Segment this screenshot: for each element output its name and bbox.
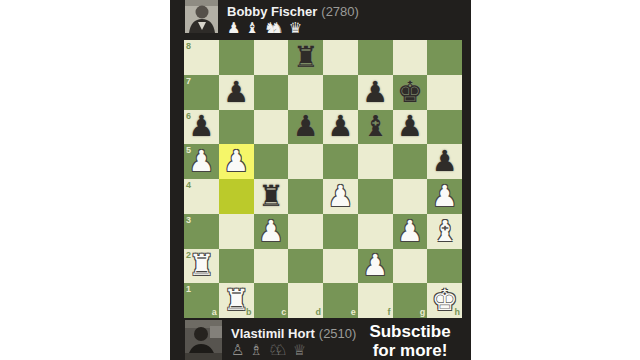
captured-black-pawn-icon: ♙ xyxy=(231,342,244,358)
rank-label-2: 2 xyxy=(186,251,191,260)
bottom-player-avatar[interactable] xyxy=(185,320,222,360)
captured-white-pawn-icon: ♟ xyxy=(227,20,240,36)
square-e1[interactable]: e xyxy=(323,283,358,318)
rank-label-8: 8 xyxy=(186,42,191,51)
subscribe-line2: for more! xyxy=(351,341,469,360)
black-king-g7: ♚ xyxy=(393,75,428,110)
black-pawn-d6: ♟ xyxy=(288,110,323,145)
square-g3[interactable]: ♟ xyxy=(393,214,428,249)
square-a3[interactable]: 3 xyxy=(184,214,219,249)
square-a8[interactable]: 8 xyxy=(184,40,219,75)
square-d1[interactable]: d xyxy=(288,283,323,318)
square-a4[interactable]: 4 xyxy=(184,179,219,214)
square-g4[interactable] xyxy=(393,179,428,214)
square-h4[interactable]: ♟ xyxy=(427,179,462,214)
square-a1[interactable]: 1a xyxy=(184,283,219,318)
square-g1[interactable]: g xyxy=(393,283,428,318)
square-f5[interactable] xyxy=(358,144,393,179)
square-c6[interactable] xyxy=(254,110,289,145)
square-h5[interactable]: ♟ xyxy=(427,144,462,179)
square-a6[interactable]: 6♟ xyxy=(184,110,219,145)
top-player-bar: Bobby Fischer(2780) ♟♝♞♞♛ xyxy=(185,0,359,36)
subscribe-text: Subsctibe for more! xyxy=(351,322,469,360)
bottom-player-bar: Vlastimil Hort(2510) ♙♗♘♘♕ xyxy=(185,320,356,360)
captured-black-queen-icon: ♕ xyxy=(293,342,306,358)
rank-label-3: 3 xyxy=(186,216,191,225)
square-h7[interactable] xyxy=(427,75,462,110)
square-h1[interactable]: h♚ xyxy=(427,283,462,318)
captured-white-bishop-icon: ♝ xyxy=(245,20,258,36)
square-g7[interactable]: ♚ xyxy=(393,75,428,110)
file-label-b: b xyxy=(246,308,252,317)
square-d2[interactable] xyxy=(288,249,323,284)
square-e7[interactable] xyxy=(323,75,358,110)
square-e5[interactable] xyxy=(323,144,358,179)
captured-black-bishop-icon: ♗ xyxy=(249,342,262,358)
square-b7[interactable]: ♟ xyxy=(219,75,254,110)
square-b8[interactable] xyxy=(219,40,254,75)
square-e3[interactable] xyxy=(323,214,358,249)
square-g2[interactable] xyxy=(393,249,428,284)
white-bishop-h3: ♝ xyxy=(427,214,462,249)
square-g5[interactable] xyxy=(393,144,428,179)
white-pawn-c3: ♟ xyxy=(254,214,289,249)
square-e4[interactable]: ♟ xyxy=(323,179,358,214)
file-label-f: f xyxy=(388,308,391,317)
captured-black-knight-icon: ♘ xyxy=(274,342,287,358)
square-f8[interactable] xyxy=(358,40,393,75)
white-pawn-b5: ♟ xyxy=(219,144,254,179)
square-h8[interactable] xyxy=(427,40,462,75)
subscribe-line1: Subsctibe xyxy=(351,322,469,341)
avatar-photo-placeholder xyxy=(185,0,218,33)
square-f7[interactable]: ♟ xyxy=(358,75,393,110)
square-c3[interactable]: ♟ xyxy=(254,214,289,249)
white-pawn-h4: ♟ xyxy=(427,179,462,214)
square-f6[interactable]: ♝ xyxy=(358,110,393,145)
square-a7[interactable]: 7 xyxy=(184,75,219,110)
top-player-name: Bobby Fischer xyxy=(227,4,317,19)
captured-white-knight-icon: ♞ xyxy=(270,20,283,36)
square-f2[interactable]: ♟ xyxy=(358,249,393,284)
square-d5[interactable] xyxy=(288,144,323,179)
rank-label-7: 7 xyxy=(186,77,191,86)
square-f1[interactable]: f xyxy=(358,283,393,318)
rank-label-4: 4 xyxy=(186,181,191,190)
black-rook-c4: ♜ xyxy=(254,179,289,214)
square-g6[interactable]: ♟ xyxy=(393,110,428,145)
square-b6[interactable] xyxy=(219,110,254,145)
white-pawn-e4: ♟ xyxy=(323,179,358,214)
square-c4[interactable]: ♜ xyxy=(254,179,289,214)
top-captured-pieces-tray: ♟♝♞♞♛ xyxy=(227,20,359,36)
square-g8[interactable] xyxy=(393,40,428,75)
avatar-photo-placeholder xyxy=(185,320,222,360)
square-d4[interactable] xyxy=(288,179,323,214)
app-panel: Bobby Fischer(2780) ♟♝♞♞♛ 8♜7♟♟♚6♟♟♟♝♟5♟… xyxy=(170,0,471,360)
square-b5[interactable]: ♟ xyxy=(219,144,254,179)
black-rook-d8: ♜ xyxy=(288,40,323,75)
bottom-captured-pieces-tray: ♙♗♘♘♕ xyxy=(231,342,356,358)
square-h6[interactable] xyxy=(427,110,462,145)
square-f3[interactable] xyxy=(358,214,393,249)
top-player-info: Bobby Fischer(2780) ♟♝♞♞♛ xyxy=(227,0,359,36)
square-a2[interactable]: 2♜ xyxy=(184,249,219,284)
file-label-h: h xyxy=(455,308,461,317)
black-pawn-f7: ♟ xyxy=(358,75,393,110)
square-c1[interactable]: c xyxy=(254,283,289,318)
square-e6[interactable]: ♟ xyxy=(323,110,358,145)
black-pawn-e6: ♟ xyxy=(323,110,358,145)
square-e8[interactable] xyxy=(323,40,358,75)
rank-label-5: 5 xyxy=(186,146,191,155)
black-pawn-h5: ♟ xyxy=(427,144,462,179)
square-h2[interactable] xyxy=(427,249,462,284)
chess-board: 8♜7♟♟♚6♟♟♟♝♟5♟♟♟4♜♟♟3♟♟♝2♜♟1ab♜cdefgh♚ xyxy=(184,40,462,318)
file-label-d: d xyxy=(316,308,322,317)
top-player-rating: (2780) xyxy=(321,4,359,19)
square-b2[interactable] xyxy=(219,249,254,284)
square-b4[interactable] xyxy=(219,179,254,214)
square-c7[interactable] xyxy=(254,75,289,110)
square-d8[interactable]: ♜ xyxy=(288,40,323,75)
file-label-c: c xyxy=(281,308,286,317)
square-c5[interactable] xyxy=(254,144,289,179)
black-pawn-b7: ♟ xyxy=(219,75,254,110)
video-frame: { "game": "chess", "position": { "fen": … xyxy=(0,0,640,360)
captured-white-queen-icon: ♛ xyxy=(289,20,302,36)
file-label-e: e xyxy=(351,308,356,317)
top-player-avatar[interactable] xyxy=(185,0,218,33)
white-pawn-f2: ♟ xyxy=(358,249,393,284)
black-bishop-f6: ♝ xyxy=(358,110,393,145)
square-d3[interactable] xyxy=(288,214,323,249)
square-c8[interactable] xyxy=(254,40,289,75)
rank-label-6: 6 xyxy=(186,112,191,121)
square-b1[interactable]: b♜ xyxy=(219,283,254,318)
square-d7[interactable] xyxy=(288,75,323,110)
bottom-player-info: Vlastimil Hort(2510) ♙♗♘♘♕ xyxy=(231,320,356,360)
square-d6[interactable]: ♟ xyxy=(288,110,323,145)
black-pawn-g6: ♟ xyxy=(393,110,428,145)
rank-label-1: 1 xyxy=(186,285,191,294)
bottom-player-name: Vlastimil Hort xyxy=(231,326,315,341)
square-c2[interactable] xyxy=(254,249,289,284)
square-e2[interactable] xyxy=(323,249,358,284)
square-h3[interactable]: ♝ xyxy=(427,214,462,249)
file-label-g: g xyxy=(420,308,426,317)
square-f4[interactable] xyxy=(358,179,393,214)
file-label-a: a xyxy=(212,308,217,317)
square-b3[interactable] xyxy=(219,214,254,249)
square-a5[interactable]: 5♟ xyxy=(184,144,219,179)
white-pawn-g3: ♟ xyxy=(393,214,428,249)
